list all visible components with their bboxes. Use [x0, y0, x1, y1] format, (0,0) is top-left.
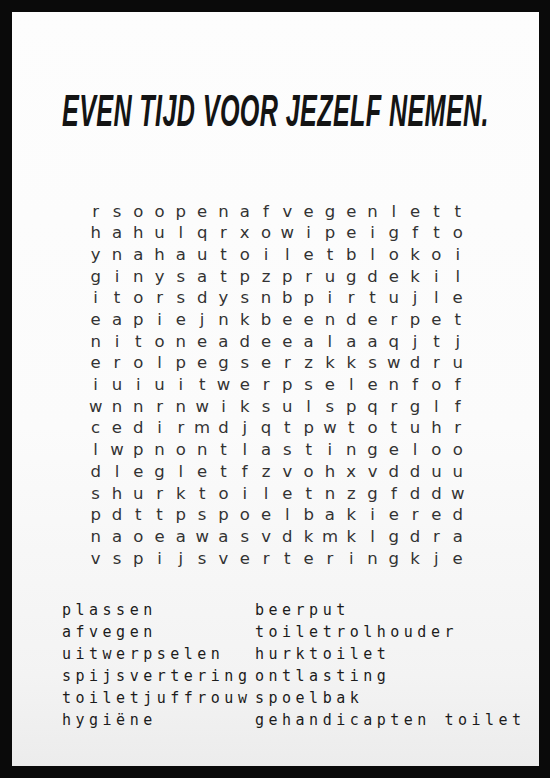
grid-cell: r — [426, 526, 447, 548]
grid-cell: w — [319, 418, 340, 440]
grid-cell: s — [170, 266, 191, 288]
grid-cell: g — [362, 440, 383, 462]
grid-cell: l — [255, 483, 276, 505]
grid-cell: t — [426, 223, 447, 245]
grid-cell: e — [277, 309, 298, 331]
grid-cell: r — [383, 309, 404, 331]
grid-cell: a — [213, 331, 234, 353]
grid-cell: r — [170, 418, 191, 440]
word-list-item: afvegen — [62, 621, 251, 643]
grid-cell: a — [319, 505, 340, 527]
grid-cell: k — [234, 396, 255, 418]
grid-cell: g — [383, 548, 404, 570]
grid-cell: d — [128, 418, 149, 440]
grid-cell: f — [447, 396, 468, 418]
grid-cell: p — [404, 309, 425, 331]
grid-cell: r — [426, 353, 447, 375]
grid-cell: t — [213, 440, 234, 462]
grid-cell: e — [426, 505, 447, 527]
grid-cell: s — [234, 288, 255, 310]
grid-cell: o — [128, 353, 149, 375]
grid-cell: i — [85, 375, 106, 397]
grid-cell: e — [298, 309, 319, 331]
grid-cell: o — [447, 223, 468, 245]
grid-cell: j — [426, 548, 447, 570]
grid-cell: j — [404, 288, 425, 310]
grid-cell: t — [383, 418, 404, 440]
grid-cell: r — [298, 266, 319, 288]
grid-cell: o — [255, 223, 276, 245]
grid-cell: f — [447, 375, 468, 397]
grid-cell: t — [128, 505, 149, 527]
grid-cell: o — [447, 440, 468, 462]
grid-cell: e — [319, 375, 340, 397]
grid-cell: m — [319, 526, 340, 548]
grid-cell: i — [362, 505, 383, 527]
grid-cell: b — [298, 505, 319, 527]
grid-cell: h — [149, 244, 170, 266]
grid-cell: q — [255, 418, 276, 440]
grid-cell: o — [426, 440, 447, 462]
grid-cell: n — [106, 244, 127, 266]
grid-cell: b — [277, 288, 298, 310]
grid-cell: u — [149, 223, 170, 245]
title-area: EVEN TIJD VOOR JEZELF NEMEN. — [12, 84, 539, 136]
grid-cell: a — [362, 331, 383, 353]
grid-cell: l — [362, 244, 383, 266]
grid-cell: i — [170, 375, 191, 397]
grid-cell: n — [149, 440, 170, 462]
grid-cell: a — [106, 526, 127, 548]
grid-cell: r — [341, 288, 362, 310]
word-list-item: gehandicapten toilet — [255, 709, 526, 731]
grid-cell: d — [447, 505, 468, 527]
grid-cell: w — [106, 440, 127, 462]
grid-cell: e — [277, 483, 298, 505]
grid-cell: t — [447, 309, 468, 331]
grid-cell: d — [383, 461, 404, 483]
grid-cell: g — [404, 396, 425, 418]
grid-cell: t — [213, 461, 234, 483]
grid-cell: n — [319, 309, 340, 331]
grid-cell: n — [191, 440, 212, 462]
grid-cell: v — [255, 526, 276, 548]
grid-cell: l — [341, 375, 362, 397]
grid-cell: o — [234, 244, 255, 266]
grid-cell: s — [191, 548, 212, 570]
grid-cell: e — [447, 288, 468, 310]
grid-cell: i — [234, 483, 255, 505]
word-list-item: spoelbak — [255, 687, 526, 709]
grid-cell: k — [341, 353, 362, 375]
grid-cell: i — [319, 288, 340, 310]
grid-cell: i — [319, 440, 340, 462]
grid-cell: i — [213, 396, 234, 418]
grid-cell: z — [255, 461, 276, 483]
word-list-item: hygiëne — [62, 709, 251, 731]
grid-cell: r — [447, 418, 468, 440]
grid-cell: l — [426, 396, 447, 418]
grid-cell: e — [106, 418, 127, 440]
grid-cell: i — [149, 309, 170, 331]
grid-cell: s — [170, 288, 191, 310]
grid-cell: e — [128, 461, 149, 483]
grid-cell: t — [362, 288, 383, 310]
grid-cell: y — [85, 244, 106, 266]
grid-cell: w — [191, 396, 212, 418]
grid-cell: d — [362, 266, 383, 288]
grid-cell: p — [234, 266, 255, 288]
grid-cell: e — [255, 505, 276, 527]
grid-cell: p — [319, 223, 340, 245]
grid-cell: k — [341, 526, 362, 548]
grid-cell: k — [319, 353, 340, 375]
grid-cell: f — [234, 461, 255, 483]
grid-cell: z — [298, 353, 319, 375]
grid-cell: n — [85, 331, 106, 353]
grid-cell: o — [149, 201, 170, 223]
grid-cell: e — [383, 440, 404, 462]
grid-cell: p — [341, 396, 362, 418]
grid-cell: s — [362, 353, 383, 375]
grid-cell: d — [234, 331, 255, 353]
grid-cell: i — [106, 266, 127, 288]
grid-cell: l — [447, 266, 468, 288]
grid-cell: g — [85, 266, 106, 288]
grid-cell: a — [128, 244, 149, 266]
grid-cell: r — [213, 223, 234, 245]
grid-cell: b — [255, 309, 276, 331]
grid-cell: j — [447, 331, 468, 353]
grid-cell: n — [213, 201, 234, 223]
grid-cell: a — [191, 266, 212, 288]
grid-cell: k — [170, 483, 191, 505]
grid-cell: e — [234, 375, 255, 397]
grid-cell: p — [277, 375, 298, 397]
grid-cell: l — [149, 353, 170, 375]
grid-cell: v — [362, 461, 383, 483]
grid-cell: e — [298, 548, 319, 570]
grid-cell: u — [447, 461, 468, 483]
grid-cell: d — [404, 353, 425, 375]
grid-cell: p — [170, 201, 191, 223]
grid-cell: a — [298, 331, 319, 353]
grid-cell: t — [298, 483, 319, 505]
grid-cell: k — [404, 244, 425, 266]
puzzle-title: EVEN TIJD VOOR JEZELF NEMEN. — [62, 84, 489, 135]
grid-cell: f — [404, 223, 425, 245]
grid-cell: e — [341, 223, 362, 245]
grid-cell: a — [106, 309, 127, 331]
grid-cell: i — [106, 331, 127, 353]
grid-cell: k — [404, 548, 425, 570]
grid-cell: i — [341, 548, 362, 570]
grid-cell: e — [298, 201, 319, 223]
grid-cell: u — [149, 375, 170, 397]
grid-cell: a — [106, 223, 127, 245]
grid-cell: e — [85, 309, 106, 331]
grid-cell: g — [149, 461, 170, 483]
grid-cell: l — [426, 288, 447, 310]
grid-cell: l — [277, 505, 298, 527]
grid-cell: p — [298, 288, 319, 310]
grid-cell: s — [277, 440, 298, 462]
grid-cell: l — [106, 461, 127, 483]
grid-cell: n — [341, 440, 362, 462]
word-list-right: beerputtoiletrolhouderhurktoiletontlasti… — [255, 599, 526, 731]
grid-cell: r — [277, 353, 298, 375]
grid-cell: o — [362, 418, 383, 440]
grid-cell: i — [149, 548, 170, 570]
grid-cell: o — [213, 483, 234, 505]
grid-cell: j — [191, 309, 212, 331]
grid-cell: o — [170, 440, 191, 462]
grid-cell: e — [170, 309, 191, 331]
grid-cell: s — [298, 375, 319, 397]
grid-cell: g — [383, 223, 404, 245]
grid-cell: g — [319, 201, 340, 223]
grid-cell: n — [319, 483, 340, 505]
grid-cell: l — [404, 440, 425, 462]
grid-cell: d — [426, 483, 447, 505]
grid-cell: e — [234, 548, 255, 570]
grid-cell: x — [234, 223, 255, 245]
grid-cell: d — [106, 505, 127, 527]
word-list-item: ontlasting — [255, 665, 526, 687]
grid-cell: k — [298, 526, 319, 548]
grid-cell: t — [277, 418, 298, 440]
grid-cell: o — [128, 201, 149, 223]
grid-cell: d — [191, 288, 212, 310]
grid-cell: n — [128, 266, 149, 288]
grid-cell: e — [191, 331, 212, 353]
grid-cell: a — [170, 526, 191, 548]
grid-cell: r — [106, 353, 127, 375]
grid-cell: u — [319, 266, 340, 288]
grid-cell: t — [277, 548, 298, 570]
grid-cell: e — [341, 201, 362, 223]
grid-cell: y — [213, 288, 234, 310]
grid-cell: s — [106, 548, 127, 570]
grid-cell: v — [277, 201, 298, 223]
grid-cell: e — [362, 309, 383, 331]
grid-cell: n — [362, 548, 383, 570]
grid-cell: i — [128, 375, 149, 397]
grid-cell: o — [234, 505, 255, 527]
grid-cell: l — [362, 526, 383, 548]
grid-cell: o — [128, 288, 149, 310]
grid-cell: n — [255, 288, 276, 310]
grid-cell: o — [128, 526, 149, 548]
grid-cell: p — [170, 505, 191, 527]
grid-cell: a — [447, 526, 468, 548]
grid-cell: o — [426, 375, 447, 397]
grid-cell: q — [362, 396, 383, 418]
grid-cell: a — [255, 440, 276, 462]
grid-cell: w — [191, 526, 212, 548]
grid-cell: h — [106, 483, 127, 505]
grid-cell: u — [277, 396, 298, 418]
grid-cell: t — [426, 331, 447, 353]
grid-cell: e — [149, 526, 170, 548]
grid-cell: e — [426, 309, 447, 331]
grid-cell: i — [85, 288, 106, 310]
word-list-item: toiletrolhouder — [255, 621, 526, 643]
grid-cell: l — [170, 461, 191, 483]
grid-cell: t — [298, 440, 319, 462]
grid-cell: f — [404, 375, 425, 397]
grid-cell: p — [128, 548, 149, 570]
grid-cell: p — [128, 309, 149, 331]
grid-cell: h — [319, 461, 340, 483]
grid-cell: d — [341, 309, 362, 331]
grid-cell: n — [383, 375, 404, 397]
grid-cell: o — [298, 461, 319, 483]
grid-cell: h — [426, 418, 447, 440]
grid-cell: g — [383, 526, 404, 548]
grid-cell: e — [191, 353, 212, 375]
grid-cell: a — [213, 526, 234, 548]
grid-cell: s — [255, 396, 276, 418]
grid-cell: i — [149, 418, 170, 440]
grid-cell: h — [128, 223, 149, 245]
poster: EVEN TIJD VOOR JEZELF NEMEN. rsoopenafve… — [12, 12, 539, 766]
grid-cell: u — [191, 244, 212, 266]
grid-cell: t — [426, 201, 447, 223]
grid-cell: y — [149, 266, 170, 288]
grid-cell: l — [85, 440, 106, 462]
grid-cell: e — [383, 266, 404, 288]
grid-cell: n — [362, 201, 383, 223]
grid-cell: h — [85, 223, 106, 245]
grid-cell: l — [277, 244, 298, 266]
grid-cell: g — [362, 483, 383, 505]
grid-cell: d — [213, 418, 234, 440]
grid-cell: f — [255, 201, 276, 223]
word-list-left: plassenafvegenuitwerpselenspijsvertering… — [62, 599, 251, 731]
grid-cell: p — [298, 418, 319, 440]
grid-cell: o — [426, 244, 447, 266]
grid-cell: d — [404, 461, 425, 483]
grid-cell: q — [383, 331, 404, 353]
grid-cell: s — [234, 353, 255, 375]
grid-cell: k — [404, 266, 425, 288]
grid-cell: r — [149, 483, 170, 505]
grid-cell: x — [341, 461, 362, 483]
grid-cell: t — [149, 505, 170, 527]
grid-cell: i — [362, 223, 383, 245]
grid-cell: d — [85, 461, 106, 483]
word-list-item: toiletjuffrouw — [62, 687, 251, 709]
grid-cell: e — [277, 331, 298, 353]
grid-cell: k — [234, 309, 255, 331]
grid-cell: l — [234, 440, 255, 462]
grid-cell: t — [106, 288, 127, 310]
grid-cell: s — [234, 526, 255, 548]
grid-cell: r — [383, 396, 404, 418]
word-list-item: hurktoilet — [255, 643, 526, 665]
word-list-item: plassen — [62, 599, 251, 621]
grid-cell: b — [341, 244, 362, 266]
word-search-grid: rsoopenafvegenletthahulqrxowipeigftoynah… — [85, 201, 468, 570]
grid-cell: n — [106, 396, 127, 418]
grid-cell: e — [255, 331, 276, 353]
grid-cell: t — [191, 483, 212, 505]
grid-cell: a — [341, 331, 362, 353]
grid-cell: e — [191, 201, 212, 223]
grid-cell: a — [234, 201, 255, 223]
grid-cell: w — [383, 353, 404, 375]
grid-cell: t — [128, 331, 149, 353]
grid-cell: k — [341, 505, 362, 527]
grid-cell: s — [106, 201, 127, 223]
grid-cell: t — [213, 266, 234, 288]
grid-cell: t — [213, 244, 234, 266]
grid-cell: l — [298, 396, 319, 418]
grid-cell: p — [213, 505, 234, 527]
grid-cell: j — [170, 548, 191, 570]
grid-cell: n — [170, 331, 191, 353]
word-list-item: beerput — [255, 599, 526, 621]
grid-cell: r — [255, 548, 276, 570]
grid-cell: r — [404, 505, 425, 527]
grid-cell: z — [341, 483, 362, 505]
grid-cell: g — [213, 353, 234, 375]
grid-cell: v — [213, 548, 234, 570]
grid-cell: g — [341, 266, 362, 288]
grid-cell: p — [170, 353, 191, 375]
grid-cell: v — [277, 461, 298, 483]
grid-cell: r — [255, 375, 276, 397]
grid-cell: p — [128, 440, 149, 462]
grid-cell: r — [319, 548, 340, 570]
grid-cell: v — [85, 548, 106, 570]
grid-cell: e — [191, 461, 212, 483]
grid-cell: f — [383, 483, 404, 505]
grid-cell: n — [170, 396, 191, 418]
grid-cell: w — [447, 483, 468, 505]
grid-cell: w — [85, 396, 106, 418]
grid-cell: i — [447, 244, 468, 266]
grid-cell: s — [191, 505, 212, 527]
grid-cell: n — [85, 526, 106, 548]
grid-cell: d — [404, 483, 425, 505]
word-list-item: spijsvertering — [62, 665, 251, 687]
grid-cell: e — [362, 375, 383, 397]
grid-cell: t — [341, 418, 362, 440]
grid-cell: e — [383, 505, 404, 527]
grid-cell: u — [128, 483, 149, 505]
grid-cell: r — [149, 288, 170, 310]
grid-cell: l — [170, 223, 191, 245]
grid-cell: d — [277, 526, 298, 548]
grid-cell: p — [85, 505, 106, 527]
grid-cell: e — [447, 548, 468, 570]
grid-cell: w — [213, 375, 234, 397]
grid-cell: l — [319, 331, 340, 353]
grid-cell: t — [447, 201, 468, 223]
grid-cell: z — [255, 266, 276, 288]
grid-cell: n — [213, 309, 234, 331]
grid-cell: r — [149, 396, 170, 418]
grid-cell: i — [426, 266, 447, 288]
grid-cell: c — [85, 418, 106, 440]
grid-cell: i — [255, 244, 276, 266]
grid-cell: l — [383, 201, 404, 223]
grid-cell: i — [298, 223, 319, 245]
grid-cell: e — [255, 353, 276, 375]
grid-cell: u — [106, 375, 127, 397]
